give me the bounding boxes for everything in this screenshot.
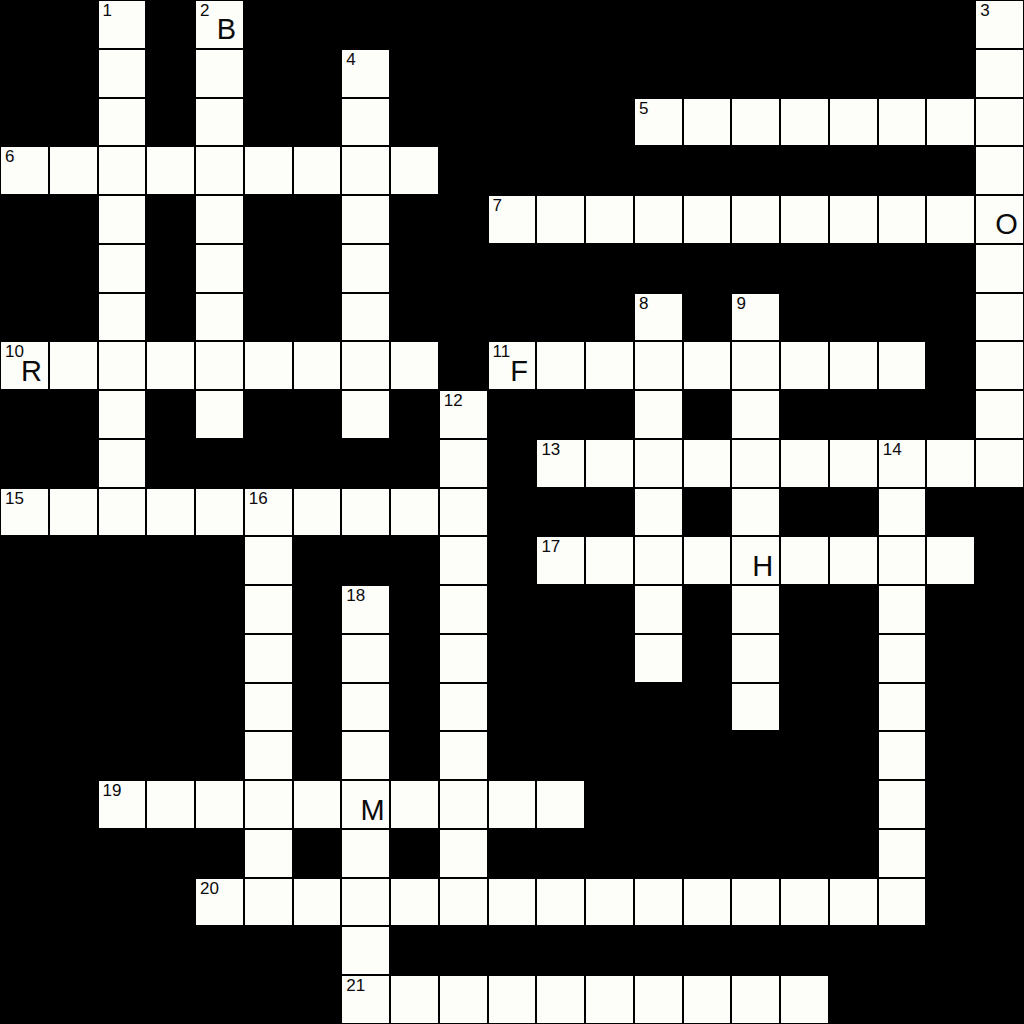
cell-r4-c14[interactable]	[683, 195, 732, 244]
cell-r18-c18[interactable]	[878, 878, 927, 927]
cell-r4-c20[interactable]: O	[975, 195, 1024, 244]
cell-letter: H	[752, 549, 773, 582]
cell-r16-c18[interactable]	[878, 780, 927, 829]
cell-r12-c13[interactable]	[634, 585, 683, 634]
cell-letter: O	[995, 208, 1018, 241]
cell-r7-c14[interactable]	[683, 341, 732, 390]
cell-r4-c17[interactable]	[829, 195, 878, 244]
cell-r7-c16[interactable]	[780, 341, 829, 390]
clue-number-12: 12	[444, 392, 463, 410]
clue-number-18: 18	[346, 587, 365, 605]
clue-number-2: 2	[200, 2, 209, 20]
cell-r18-c9[interactable]	[439, 878, 488, 927]
cell-r4-c4[interactable]	[195, 195, 244, 244]
clue-number-17: 17	[541, 538, 560, 556]
cell-r10-c8[interactable]	[390, 488, 439, 537]
cell-r10-c6[interactable]	[293, 488, 342, 537]
cell-r15-c7[interactable]	[341, 731, 390, 780]
cell-r7-c8[interactable]	[390, 341, 439, 390]
cell-r15-c9[interactable]	[439, 731, 488, 780]
cell-r16-c8[interactable]	[390, 780, 439, 829]
cell-r14-c15[interactable]	[731, 683, 780, 732]
cell-r20-c14[interactable]	[683, 975, 732, 1024]
cell-r18-c6[interactable]	[293, 878, 342, 927]
cell-r3-c20[interactable]	[975, 146, 1024, 195]
cell-r7-c7[interactable]	[341, 341, 390, 390]
cell-r2-c13[interactable]: 5	[634, 98, 683, 147]
cell-letter: B	[217, 13, 236, 46]
cell-r17-c7[interactable]	[341, 829, 390, 878]
cell-r2-c7[interactable]	[341, 98, 390, 147]
cell-r4-c11[interactable]	[536, 195, 585, 244]
cell-r6-c20[interactable]	[975, 293, 1024, 342]
cell-r4-c2[interactable]	[98, 195, 147, 244]
cell-r12-c7[interactable]: 18	[341, 585, 390, 634]
cell-r8-c2[interactable]	[98, 390, 147, 439]
cell-r19-c7[interactable]	[341, 926, 390, 975]
cell-r2-c4[interactable]	[195, 98, 244, 147]
cell-r4-c13[interactable]	[634, 195, 683, 244]
cell-letter: M	[361, 793, 385, 826]
cell-r14-c18[interactable]	[878, 683, 927, 732]
cell-r3-c8[interactable]	[390, 146, 439, 195]
cell-r11-c16[interactable]	[780, 536, 829, 585]
cell-r2-c18[interactable]	[878, 98, 927, 147]
cell-r1-c4[interactable]	[195, 49, 244, 98]
cell-r17-c18[interactable]	[878, 829, 927, 878]
cell-r13-c18[interactable]	[878, 634, 927, 683]
cell-r11-c14[interactable]	[683, 536, 732, 585]
cell-r16-c5[interactable]	[244, 780, 293, 829]
cell-r20-c11[interactable]	[536, 975, 585, 1024]
cell-r8-c15[interactable]	[731, 390, 780, 439]
cell-r16-c3[interactable]	[146, 780, 195, 829]
cell-r10-c13[interactable]	[634, 488, 683, 537]
cell-r7-c5[interactable]	[244, 341, 293, 390]
cell-r13-c7[interactable]	[341, 634, 390, 683]
cell-r17-c5[interactable]	[244, 829, 293, 878]
cell-r3-c4[interactable]	[195, 146, 244, 195]
cell-r2-c20[interactable]	[975, 98, 1024, 147]
cell-r12-c15[interactable]	[731, 585, 780, 634]
cell-r9-c16[interactable]	[780, 439, 829, 488]
cell-r11-c15[interactable]: H	[731, 536, 780, 585]
cell-r6-c15[interactable]: 9	[731, 293, 780, 342]
cell-r10-c3[interactable]	[146, 488, 195, 537]
cell-r4-c15[interactable]	[731, 195, 780, 244]
cell-r7-c1[interactable]	[49, 341, 98, 390]
cell-r4-c19[interactable]	[926, 195, 975, 244]
cell-letter: R	[21, 354, 42, 387]
cell-r7-c3[interactable]	[146, 341, 195, 390]
cell-r7-c0[interactable]: 10R	[0, 341, 49, 390]
cell-r10-c15[interactable]	[731, 488, 780, 537]
clue-number-6: 6	[5, 148, 14, 166]
cell-r18-c16[interactable]	[780, 878, 829, 927]
cell-r9-c12[interactable]	[585, 439, 634, 488]
cell-r7-c17[interactable]	[829, 341, 878, 390]
clue-number-4: 4	[346, 51, 355, 69]
cell-r11-c17[interactable]	[829, 536, 878, 585]
cell-r18-c15[interactable]	[731, 878, 780, 927]
cell-r20-c10[interactable]	[488, 975, 537, 1024]
cell-r11-c5[interactable]	[244, 536, 293, 585]
cell-r9-c15[interactable]	[731, 439, 780, 488]
clue-number-15: 15	[5, 490, 24, 508]
cell-r18-c4[interactable]: 20	[195, 878, 244, 927]
cell-r12-c18[interactable]	[878, 585, 927, 634]
cell-r16-c10[interactable]	[488, 780, 537, 829]
cell-r7-c11[interactable]	[536, 341, 585, 390]
cell-r10-c2[interactable]	[98, 488, 147, 537]
cell-r9-c11[interactable]: 13	[536, 439, 585, 488]
cell-r6-c7[interactable]	[341, 293, 390, 342]
cell-r0-c20[interactable]: 3	[975, 0, 1024, 49]
cell-r6-c13[interactable]: 8	[634, 293, 683, 342]
cell-r0-c4[interactable]: 2B	[195, 0, 244, 49]
clue-number-13: 13	[541, 441, 560, 459]
cell-r16-c9[interactable]	[439, 780, 488, 829]
cell-r20-c15[interactable]	[731, 975, 780, 1024]
cell-r7-c13[interactable]	[634, 341, 683, 390]
cell-r9-c19[interactable]	[926, 439, 975, 488]
clue-number-11: 11	[493, 343, 511, 361]
cell-r11-c11[interactable]: 17	[536, 536, 585, 585]
cell-r15-c18[interactable]	[878, 731, 927, 780]
cell-r3-c3[interactable]	[146, 146, 195, 195]
cell-r11-c18[interactable]	[878, 536, 927, 585]
clue-number-8: 8	[639, 295, 648, 313]
cell-r8-c4[interactable]	[195, 390, 244, 439]
cell-r16-c2[interactable]: 19	[98, 780, 147, 829]
cell-r2-c15[interactable]	[731, 98, 780, 147]
clue-number-1: 1	[103, 2, 112, 20]
cell-r18-c13[interactable]	[634, 878, 683, 927]
cell-r11-c13[interactable]	[634, 536, 683, 585]
cell-r17-c9[interactable]	[439, 829, 488, 878]
cell-r3-c0[interactable]: 6	[0, 146, 49, 195]
cell-r13-c9[interactable]	[439, 634, 488, 683]
cell-r16-c6[interactable]	[293, 780, 342, 829]
cell-r6-c4[interactable]	[195, 293, 244, 342]
cell-r1-c7[interactable]: 4	[341, 49, 390, 98]
cell-r7-c15[interactable]	[731, 341, 780, 390]
cell-r7-c12[interactable]	[585, 341, 634, 390]
cell-r18-c8[interactable]	[390, 878, 439, 927]
cell-r4-c12[interactable]	[585, 195, 634, 244]
cell-r9-c20[interactable]	[975, 439, 1024, 488]
clue-number-5: 5	[639, 100, 648, 118]
cell-r5-c20[interactable]	[975, 244, 1024, 293]
cell-r10-c9[interactable]	[439, 488, 488, 537]
cell-r3-c6[interactable]	[293, 146, 342, 195]
clue-number-7: 7	[493, 197, 502, 215]
cell-r20-c16[interactable]	[780, 975, 829, 1024]
cell-r2-c14[interactable]	[683, 98, 732, 147]
cell-r8-c20[interactable]	[975, 390, 1024, 439]
cell-r9-c9[interactable]	[439, 439, 488, 488]
clue-number-14: 14	[883, 441, 902, 459]
cell-r3-c1[interactable]	[49, 146, 98, 195]
cell-r8-c9[interactable]: 12	[439, 390, 488, 439]
cell-r11-c9[interactable]	[439, 536, 488, 585]
cell-r18-c5[interactable]	[244, 878, 293, 927]
cell-r18-c11[interactable]	[536, 878, 585, 927]
cell-r20-c13[interactable]	[634, 975, 683, 1024]
clue-number-9: 9	[736, 295, 745, 313]
cell-r6-c2[interactable]	[98, 293, 147, 342]
cell-r7-c4[interactable]	[195, 341, 244, 390]
cell-r13-c15[interactable]	[731, 634, 780, 683]
clue-number-20: 20	[200, 880, 219, 898]
cell-r4-c16[interactable]	[780, 195, 829, 244]
cell-r7-c20[interactable]	[975, 341, 1024, 390]
cell-r20-c7[interactable]: 21	[341, 975, 390, 1024]
clue-number-19: 19	[103, 782, 122, 800]
cell-r5-c7[interactable]	[341, 244, 390, 293]
cell-r15-c5[interactable]	[244, 731, 293, 780]
cell-r3-c2[interactable]	[98, 146, 147, 195]
cell-r4-c7[interactable]	[341, 195, 390, 244]
cell-r20-c9[interactable]	[439, 975, 488, 1024]
cell-r11-c12[interactable]	[585, 536, 634, 585]
cell-r4-c10[interactable]: 7	[488, 195, 537, 244]
cell-r9-c2[interactable]	[98, 439, 147, 488]
cell-r16-c7[interactable]: M	[341, 780, 390, 829]
cell-r13-c5[interactable]	[244, 634, 293, 683]
cell-r13-c13[interactable]	[634, 634, 683, 683]
cell-r14-c7[interactable]	[341, 683, 390, 732]
cell-r9-c14[interactable]	[683, 439, 732, 488]
cell-r7-c6[interactable]	[293, 341, 342, 390]
cell-r10-c4[interactable]	[195, 488, 244, 537]
cell-r5-c2[interactable]	[98, 244, 147, 293]
cell-r3-c5[interactable]	[244, 146, 293, 195]
cell-r10-c7[interactable]	[341, 488, 390, 537]
cell-r9-c13[interactable]	[634, 439, 683, 488]
cell-r8-c13[interactable]	[634, 390, 683, 439]
cell-r18-c12[interactable]	[585, 878, 634, 927]
cell-r2-c16[interactable]	[780, 98, 829, 147]
cell-r11-c19[interactable]	[926, 536, 975, 585]
crossword-board: 12B34567O8910R11F121314151617H1819M2021	[0, 0, 1024, 1024]
clue-number-16: 16	[249, 490, 268, 508]
cell-r8-c7[interactable]	[341, 390, 390, 439]
clue-number-3: 3	[980, 2, 989, 20]
cell-r16-c4[interactable]	[195, 780, 244, 829]
cell-r1-c2[interactable]	[98, 49, 147, 98]
cell-r14-c5[interactable]	[244, 683, 293, 732]
cell-r10-c0[interactable]: 15	[0, 488, 49, 537]
cell-letter: F	[510, 354, 528, 387]
cell-r7-c18[interactable]	[878, 341, 927, 390]
cell-r10-c5[interactable]: 16	[244, 488, 293, 537]
cell-r10-c1[interactable]	[49, 488, 98, 537]
cell-r12-c9[interactable]	[439, 585, 488, 634]
cell-r4-c18[interactable]	[878, 195, 927, 244]
cell-r20-c12[interactable]	[585, 975, 634, 1024]
cell-r10-c18[interactable]	[878, 488, 927, 537]
cell-r0-c2[interactable]: 1	[98, 0, 147, 49]
cell-r18-c7[interactable]	[341, 878, 390, 927]
cell-r18-c14[interactable]	[683, 878, 732, 927]
cell-r9-c18[interactable]: 14	[878, 439, 927, 488]
cell-r3-c7[interactable]	[341, 146, 390, 195]
cell-r5-c4[interactable]	[195, 244, 244, 293]
cell-r9-c17[interactable]	[829, 439, 878, 488]
cell-r14-c9[interactable]	[439, 683, 488, 732]
cell-r1-c20[interactable]	[975, 49, 1024, 98]
cell-r7-c10[interactable]: 11F	[488, 341, 537, 390]
cell-r2-c17[interactable]	[829, 98, 878, 147]
cell-r20-c8[interactable]	[390, 975, 439, 1024]
cell-r18-c17[interactable]	[829, 878, 878, 927]
cell-r7-c2[interactable]	[98, 341, 147, 390]
cell-r2-c2[interactable]	[98, 98, 147, 147]
cell-r18-c10[interactable]	[488, 878, 537, 927]
cell-r12-c5[interactable]	[244, 585, 293, 634]
cell-r2-c19[interactable]	[926, 98, 975, 147]
cell-r16-c11[interactable]	[536, 780, 585, 829]
clue-number-21: 21	[346, 977, 365, 995]
